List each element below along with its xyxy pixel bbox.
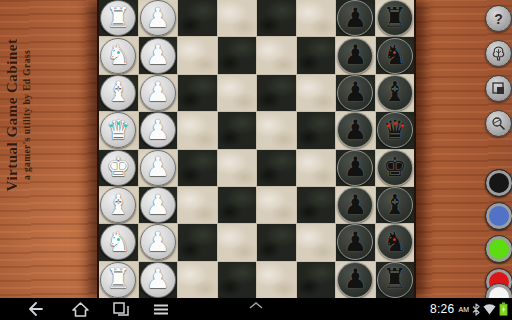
square-r8c7[interactable]: ♟ — [336, 262, 375, 298]
square-r2c4[interactable] — [218, 37, 257, 73]
square-r4c5[interactable] — [257, 112, 296, 148]
square-r5c3[interactable] — [178, 150, 217, 186]
white-bishop-piece[interactable]: ♝ — [100, 187, 136, 223]
piece-glyph: ♟ — [146, 4, 170, 31]
square-r2c1[interactable]: ♞ — [99, 37, 138, 73]
square-r8c6[interactable] — [297, 262, 336, 298]
piece-glyph: ♞ — [106, 228, 130, 255]
square-r3c3[interactable] — [178, 75, 217, 111]
white-knight-piece[interactable]: ♞ — [100, 224, 136, 260]
piece-glyph: ♟ — [146, 78, 170, 105]
android-nav-bar: 8:26 AM — [0, 298, 512, 320]
piece-glyph: ♜ — [383, 265, 407, 292]
square-r3c1[interactable]: ♝ — [99, 75, 138, 111]
app-subtitle: a gamer's utility by Ed Grass — [22, 10, 32, 220]
square-r1c4[interactable] — [218, 0, 257, 36]
square-r8c3[interactable] — [178, 262, 217, 298]
square-r4c3[interactable] — [178, 112, 217, 148]
square-r3c7[interactable]: ♟ — [336, 75, 375, 111]
piece-glyph: ♜ — [106, 4, 130, 31]
black-pawn-piece[interactable]: ♟ — [337, 75, 373, 111]
piece-glyph: ♟ — [343, 78, 367, 105]
tree-icon — [491, 46, 506, 61]
piece-glyph: ♟ — [343, 4, 367, 31]
queen-jewel-dots — [394, 122, 397, 125]
square-r6c8[interactable]: ♝ — [376, 187, 415, 223]
white-rook-piece[interactable]: ♜ — [100, 262, 136, 298]
square-r7c3[interactable] — [178, 224, 217, 260]
black-bishop-piece[interactable]: ♝ — [377, 75, 413, 111]
square-r5c2[interactable]: ♟ — [139, 150, 178, 186]
square-r1c8[interactable]: ♜ — [376, 0, 415, 36]
square-r4c6[interactable] — [297, 112, 336, 148]
square-r4c1[interactable]: ♛ — [99, 112, 138, 148]
piece-glyph: ♟ — [146, 116, 170, 143]
square-r8c4[interactable] — [218, 262, 257, 298]
square-r7c1[interactable]: ♞ — [99, 224, 138, 260]
piece-glyph: ♟ — [146, 228, 170, 255]
piece-glyph: ♜ — [106, 265, 130, 292]
square-r6c7[interactable]: ♟ — [336, 187, 375, 223]
magnifier-button[interactable] — [485, 110, 512, 137]
color-button-green[interactable] — [485, 235, 512, 263]
piece-glyph: ♝ — [106, 78, 130, 105]
battery-icon — [499, 302, 508, 316]
board-button[interactable] — [485, 75, 512, 102]
piece-glyph: ♟ — [146, 191, 170, 218]
white-bishop-piece[interactable]: ♝ — [100, 75, 136, 111]
magnifier-icon — [491, 116, 506, 131]
square-r5c5[interactable] — [257, 150, 296, 186]
square-r6c6[interactable] — [297, 187, 336, 223]
piece-glyph: ♝ — [106, 191, 130, 218]
square-r5c4[interactable] — [218, 150, 257, 186]
white-pawn-piece[interactable]: ♟ — [140, 187, 176, 223]
square-r1c1[interactable]: ♜ — [99, 0, 138, 36]
white-pawn-piece[interactable]: ♟ — [140, 0, 176, 36]
square-r5c1[interactable]: ♚ — [99, 150, 138, 186]
square-r6c3[interactable] — [178, 187, 217, 223]
expand-handle[interactable] — [248, 301, 264, 309]
piece-glyph: ♟ — [343, 153, 367, 180]
square-r8c2[interactable]: ♟ — [139, 262, 178, 298]
square-r8c5[interactable] — [257, 262, 296, 298]
square-r6c1[interactable]: ♝ — [99, 187, 138, 223]
square-r2c6[interactable] — [297, 37, 336, 73]
square-r4c7[interactable]: ♟ — [336, 112, 375, 148]
square-r6c2[interactable]: ♟ — [139, 187, 178, 223]
square-r3c8[interactable]: ♝ — [376, 75, 415, 111]
piece-glyph: ♞ — [106, 41, 130, 68]
chess-board[interactable]: ♜♟♟♜♞♟♟♞♝♟♟♝♛♟♟♛♚♟♟♚♝♟♟♝♞♟♟♞♜♟♟♜ — [97, 0, 416, 298]
piece-glyph: ♝ — [383, 191, 407, 218]
black-pawn-piece[interactable]: ♟ — [337, 262, 373, 298]
square-r1c6[interactable] — [297, 0, 336, 36]
square-r2c7[interactable]: ♟ — [336, 37, 375, 73]
black-queen-piece[interactable]: ♛ — [377, 112, 413, 148]
piece-glyph: ♟ — [146, 153, 170, 180]
piece-glyph: ♝ — [383, 78, 407, 105]
white-knight-piece[interactable]: ♞ — [100, 38, 136, 74]
white-pawn-piece[interactable]: ♟ — [140, 112, 176, 148]
piece-glyph: ♟ — [343, 41, 367, 68]
square-r2c8[interactable]: ♞ — [376, 37, 415, 73]
square-r7c5[interactable] — [257, 224, 296, 260]
menu-button[interactable] — [153, 303, 169, 316]
white-rook-piece[interactable]: ♜ — [100, 0, 136, 36]
black-pawn-piece[interactable]: ♟ — [337, 112, 373, 148]
piece-glyph: ♟ — [343, 116, 367, 143]
square-r2c5[interactable] — [257, 37, 296, 73]
piece-glyph: ♟ — [146, 265, 170, 292]
virtual-game-cabinet-screen: Virtual Game Cabinet a gamer's utility b… — [0, 0, 512, 320]
piece-glyph: ♛ — [106, 116, 130, 143]
app-branding: Virtual Game Cabinet a gamer's utility b… — [4, 10, 38, 220]
square-r5c7[interactable]: ♟ — [336, 150, 375, 186]
color-button-black[interactable] — [485, 169, 512, 197]
square-r8c8[interactable]: ♜ — [376, 262, 415, 298]
square-r3c5[interactable] — [257, 75, 296, 111]
square-r5c6[interactable] — [297, 150, 336, 186]
square-r8c1[interactable]: ♜ — [99, 262, 138, 298]
back-button[interactable] — [28, 302, 46, 316]
piece-glyph: ♟ — [343, 265, 367, 292]
square-r7c4[interactable] — [218, 224, 257, 260]
home-button[interactable] — [72, 302, 89, 317]
square-r4c8[interactable]: ♛ — [376, 112, 415, 148]
square-r1c7[interactable]: ♟ — [336, 0, 375, 36]
square-r3c2[interactable]: ♟ — [139, 75, 178, 111]
white-king-piece[interactable]: ♚ — [100, 150, 136, 186]
black-rook-piece[interactable]: ♜ — [377, 262, 413, 298]
black-pawn-piece[interactable]: ♟ — [337, 150, 373, 186]
piece-glyph: ♛ — [383, 116, 407, 143]
black-pawn-piece[interactable]: ♟ — [337, 0, 373, 36]
square-r4c2[interactable]: ♟ — [139, 112, 178, 148]
square-r1c3[interactable] — [178, 0, 217, 36]
white-pawn-piece[interactable]: ♟ — [140, 38, 176, 74]
piece-glyph: ♜ — [383, 4, 407, 31]
clock: 8:26 — [430, 302, 455, 316]
square-r6c5[interactable] — [257, 187, 296, 223]
white-pawn-piece[interactable]: ♟ — [140, 262, 176, 298]
white-pawn-piece[interactable]: ♟ — [140, 75, 176, 111]
clock-meridiem: AM — [459, 306, 470, 313]
status-cluster: 8:26 AM — [430, 298, 508, 320]
piece-glyph: ♞ — [383, 228, 407, 255]
color-button-blue[interactable] — [485, 202, 512, 230]
help-icon: ? — [494, 11, 503, 27]
square-r1c2[interactable]: ♟ — [139, 0, 178, 36]
piece-glyph: ♟ — [146, 41, 170, 68]
black-bishop-piece[interactable]: ♝ — [377, 187, 413, 223]
black-knight-piece[interactable]: ♞ — [377, 38, 413, 74]
piece-glyph: ♟ — [343, 228, 367, 255]
square-r5c8[interactable]: ♚ — [376, 150, 415, 186]
square-r4c4[interactable] — [218, 112, 257, 148]
black-pawn-piece[interactable]: ♟ — [337, 224, 373, 260]
black-pawn-piece[interactable]: ♟ — [337, 38, 373, 74]
square-r7c2[interactable]: ♟ — [139, 224, 178, 260]
square-r7c8[interactable]: ♞ — [376, 224, 415, 260]
square-r7c7[interactable]: ♟ — [336, 224, 375, 260]
bluetooth-icon — [472, 303, 480, 316]
black-king-piece[interactable]: ♚ — [377, 150, 413, 186]
square-r2c3[interactable] — [178, 37, 217, 73]
black-rook-piece[interactable]: ♜ — [377, 0, 413, 36]
piece-glyph: ♚ — [383, 153, 407, 180]
square-r7c6[interactable] — [297, 224, 336, 260]
square-r1c5[interactable] — [257, 0, 296, 36]
piece-glyph: ♞ — [383, 41, 407, 68]
white-queen-piece[interactable]: ♛ — [100, 112, 136, 148]
tree-button[interactable] — [485, 40, 512, 67]
square-r3c4[interactable] — [218, 75, 257, 111]
help-button[interactable]: ? — [485, 5, 512, 32]
recent-apps-button[interactable] — [113, 302, 129, 317]
board-icon — [491, 81, 506, 96]
square-r3c6[interactable] — [297, 75, 336, 111]
white-pawn-piece[interactable]: ♟ — [140, 150, 176, 186]
piece-glyph: ♟ — [343, 191, 367, 218]
app-title: Virtual Game Cabinet — [4, 10, 21, 220]
piece-glyph: ♚ — [106, 153, 130, 180]
white-pawn-piece[interactable]: ♟ — [140, 224, 176, 260]
black-knight-piece[interactable]: ♞ — [377, 224, 413, 260]
square-r6c4[interactable] — [218, 187, 257, 223]
square-r2c2[interactable]: ♟ — [139, 37, 178, 73]
black-pawn-piece[interactable]: ♟ — [337, 187, 373, 223]
wifi-icon — [483, 303, 496, 315]
